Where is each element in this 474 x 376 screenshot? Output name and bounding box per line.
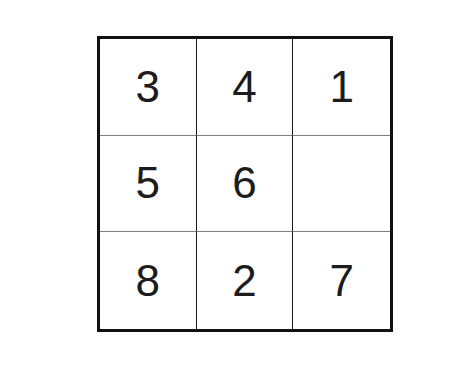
- tile-r2c2[interactable]: 6: [197, 136, 294, 233]
- tile-r3c2[interactable]: 2: [197, 232, 294, 329]
- sliding-puzzle-board: 3 4 1 5 6 8 2 7: [97, 36, 393, 332]
- tile-r3c1[interactable]: 8: [100, 232, 197, 329]
- tile-r1c1[interactable]: 3: [100, 39, 197, 136]
- blank-cell-r2c3: [293, 136, 390, 233]
- tile-r3c3[interactable]: 7: [293, 232, 390, 329]
- tile-r1c2[interactable]: 4: [197, 39, 294, 136]
- tile-r1c3[interactable]: 1: [293, 39, 390, 136]
- tile-r2c1[interactable]: 5: [100, 136, 197, 233]
